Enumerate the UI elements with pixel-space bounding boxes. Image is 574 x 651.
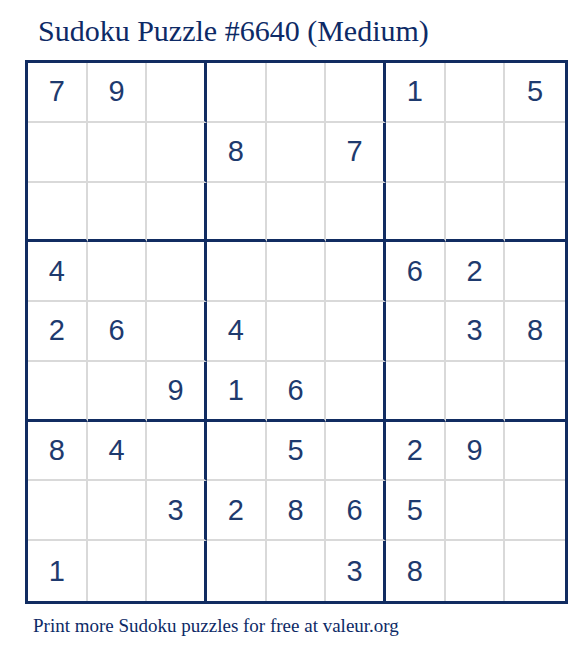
cell-r7c3[interactable] xyxy=(147,422,207,482)
footer-text: Print more Sudoku puzzles for free at va… xyxy=(33,615,399,637)
cell-r9c9[interactable] xyxy=(505,541,565,601)
cell-r7c6[interactable] xyxy=(326,422,386,482)
cell-r5c9: 8 xyxy=(505,302,565,362)
cell-r1c5[interactable] xyxy=(267,63,327,123)
cell-r4c2[interactable] xyxy=(88,242,148,302)
cell-r7c7: 2 xyxy=(386,422,446,482)
cell-r4c6[interactable] xyxy=(326,242,386,302)
cell-r4c8: 2 xyxy=(446,242,506,302)
cell-r4c5[interactable] xyxy=(267,242,327,302)
cell-r3c6[interactable] xyxy=(326,183,386,243)
cell-r1c1: 7 xyxy=(28,63,88,123)
cell-r9c2[interactable] xyxy=(88,541,148,601)
cell-r8c2[interactable] xyxy=(88,481,148,541)
cell-r2c5[interactable] xyxy=(267,123,327,183)
cell-r5c5[interactable] xyxy=(267,302,327,362)
cell-r1c7: 1 xyxy=(386,63,446,123)
cell-r6c8[interactable] xyxy=(446,362,506,422)
cell-r2c1[interactable] xyxy=(28,123,88,183)
cell-r5c1: 2 xyxy=(28,302,88,362)
cell-r1c4[interactable] xyxy=(207,63,267,123)
cell-r7c9[interactable] xyxy=(505,422,565,482)
cell-r3c7[interactable] xyxy=(386,183,446,243)
cell-r6c2[interactable] xyxy=(88,362,148,422)
cell-r7c8: 9 xyxy=(446,422,506,482)
cell-r1c8[interactable] xyxy=(446,63,506,123)
cell-r2c9[interactable] xyxy=(505,123,565,183)
cell-r7c2: 4 xyxy=(88,422,148,482)
cell-r6c7[interactable] xyxy=(386,362,446,422)
cell-r8c1[interactable] xyxy=(28,481,88,541)
cell-r4c9[interactable] xyxy=(505,242,565,302)
cell-r4c7: 6 xyxy=(386,242,446,302)
cell-r5c6[interactable] xyxy=(326,302,386,362)
cell-r3c1[interactable] xyxy=(28,183,88,243)
cell-r6c1[interactable] xyxy=(28,362,88,422)
cell-r2c2[interactable] xyxy=(88,123,148,183)
cell-r6c6[interactable] xyxy=(326,362,386,422)
cell-r9c4[interactable] xyxy=(207,541,267,601)
cell-r3c4[interactable] xyxy=(207,183,267,243)
cell-r5c8: 3 xyxy=(446,302,506,362)
cell-r6c9[interactable] xyxy=(505,362,565,422)
cell-r2c6: 7 xyxy=(326,123,386,183)
cell-r8c3: 3 xyxy=(147,481,207,541)
cell-r2c3[interactable] xyxy=(147,123,207,183)
cell-r2c8[interactable] xyxy=(446,123,506,183)
cell-r5c7[interactable] xyxy=(386,302,446,362)
cell-r3c8[interactable] xyxy=(446,183,506,243)
cell-r2c4: 8 xyxy=(207,123,267,183)
cell-r4c4[interactable] xyxy=(207,242,267,302)
cell-r9c8[interactable] xyxy=(446,541,506,601)
cell-r3c3[interactable] xyxy=(147,183,207,243)
cell-r1c3[interactable] xyxy=(147,63,207,123)
cell-r8c7: 5 xyxy=(386,481,446,541)
cell-r1c6[interactable] xyxy=(326,63,386,123)
sudoku-board: 791587462264389168452932865138 xyxy=(25,60,568,604)
cell-r8c5: 8 xyxy=(267,481,327,541)
cell-r2c7[interactable] xyxy=(386,123,446,183)
cell-r9c1: 1 xyxy=(28,541,88,601)
cell-r1c2: 9 xyxy=(88,63,148,123)
cell-r9c3[interactable] xyxy=(147,541,207,601)
cell-r9c5[interactable] xyxy=(267,541,327,601)
cell-r3c2[interactable] xyxy=(88,183,148,243)
cell-r6c3: 9 xyxy=(147,362,207,422)
cell-r7c4[interactable] xyxy=(207,422,267,482)
cell-r5c3[interactable] xyxy=(147,302,207,362)
cell-r8c4: 2 xyxy=(207,481,267,541)
cell-r9c6: 3 xyxy=(326,541,386,601)
cell-r6c4: 1 xyxy=(207,362,267,422)
cell-r5c2: 6 xyxy=(88,302,148,362)
cell-r4c3[interactable] xyxy=(147,242,207,302)
cell-r4c1: 4 xyxy=(28,242,88,302)
cell-r8c9[interactable] xyxy=(505,481,565,541)
page-title: Sudoku Puzzle #6640 (Medium) xyxy=(38,14,429,48)
cell-r7c1: 8 xyxy=(28,422,88,482)
cell-r6c5: 6 xyxy=(267,362,327,422)
cell-r1c9: 5 xyxy=(505,63,565,123)
cell-r7c5: 5 xyxy=(267,422,327,482)
cell-r9c7: 8 xyxy=(386,541,446,601)
cell-r5c4: 4 xyxy=(207,302,267,362)
sudoku-page: Sudoku Puzzle #6640 (Medium) 79158746226… xyxy=(0,0,574,651)
cell-r3c5[interactable] xyxy=(267,183,327,243)
cell-r8c6: 6 xyxy=(326,481,386,541)
cell-r3c9[interactable] xyxy=(505,183,565,243)
cell-r8c8[interactable] xyxy=(446,481,506,541)
